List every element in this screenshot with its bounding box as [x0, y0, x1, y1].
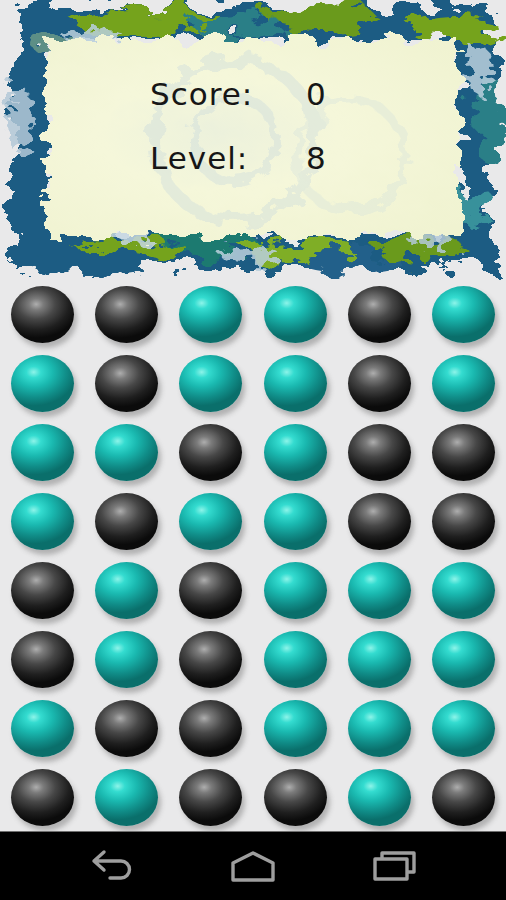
cell-r5c6[interactable]: [422, 556, 506, 625]
teal-ball[interactable]: [179, 286, 242, 343]
game-board: [0, 280, 506, 832]
cell-r1c3[interactable]: [169, 280, 253, 349]
recents-button[interactable]: [324, 832, 465, 900]
teal-ball[interactable]: [348, 631, 411, 688]
cell-r3c3[interactable]: [169, 418, 253, 487]
teal-ball[interactable]: [264, 286, 327, 343]
black-ball[interactable]: [11, 769, 74, 826]
home-button[interactable]: [183, 832, 324, 900]
cell-r1c2[interactable]: [84, 280, 168, 349]
cell-r6c6[interactable]: [422, 625, 506, 694]
cell-r3c4[interactable]: [253, 418, 337, 487]
black-ball[interactable]: [179, 631, 242, 688]
black-ball[interactable]: [264, 769, 327, 826]
teal-ball[interactable]: [95, 631, 158, 688]
cell-r6c1[interactable]: [0, 625, 84, 694]
black-ball[interactable]: [11, 286, 74, 343]
black-ball[interactable]: [179, 769, 242, 826]
cell-r2c6[interactable]: [422, 349, 506, 418]
cell-r1c6[interactable]: [422, 280, 506, 349]
cell-r3c2[interactable]: [84, 418, 168, 487]
recents-icon: [370, 849, 418, 883]
cell-r4c5[interactable]: [337, 487, 421, 556]
back-button[interactable]: [42, 832, 183, 900]
black-ball[interactable]: [95, 700, 158, 757]
cell-r8c1[interactable]: [0, 763, 84, 832]
score-label: Score:: [150, 76, 258, 112]
cell-r7c3[interactable]: [169, 694, 253, 763]
cell-r4c4[interactable]: [253, 487, 337, 556]
cell-r3c1[interactable]: [0, 418, 84, 487]
cell-r7c6[interactable]: [422, 694, 506, 763]
black-ball[interactable]: [348, 493, 411, 550]
hud: Score: 0 Level: 8: [150, 76, 410, 204]
teal-ball[interactable]: [179, 493, 242, 550]
cell-r2c3[interactable]: [169, 349, 253, 418]
cell-r8c5[interactable]: [337, 763, 421, 832]
cell-r7c1[interactable]: [0, 694, 84, 763]
cell-r8c2[interactable]: [84, 763, 168, 832]
cell-r4c3[interactable]: [169, 487, 253, 556]
teal-ball[interactable]: [11, 355, 74, 412]
cell-r4c2[interactable]: [84, 487, 168, 556]
cell-r4c6[interactable]: [422, 487, 506, 556]
cell-r3c6[interactable]: [422, 418, 506, 487]
teal-ball[interactable]: [264, 424, 327, 481]
cell-r7c2[interactable]: [84, 694, 168, 763]
cell-r7c4[interactable]: [253, 694, 337, 763]
black-ball[interactable]: [432, 424, 495, 481]
teal-ball[interactable]: [95, 769, 158, 826]
cell-r5c2[interactable]: [84, 556, 168, 625]
cell-r6c5[interactable]: [337, 625, 421, 694]
black-ball[interactable]: [95, 286, 158, 343]
cell-r8c6[interactable]: [422, 763, 506, 832]
score-panel: Score: 0 Level: 8: [0, 0, 506, 280]
back-icon: [88, 849, 136, 883]
black-ball[interactable]: [348, 424, 411, 481]
teal-ball[interactable]: [264, 355, 327, 412]
score-value: 0: [306, 76, 327, 112]
cell-r1c1[interactable]: [0, 280, 84, 349]
black-ball[interactable]: [11, 631, 74, 688]
teal-ball[interactable]: [432, 286, 495, 343]
level-value: 8: [306, 140, 327, 176]
cell-r5c5[interactable]: [337, 556, 421, 625]
teal-ball[interactable]: [264, 562, 327, 619]
cell-r5c4[interactable]: [253, 556, 337, 625]
teal-ball[interactable]: [348, 700, 411, 757]
cell-r6c2[interactable]: [84, 625, 168, 694]
black-ball[interactable]: [95, 493, 158, 550]
teal-ball[interactable]: [11, 493, 74, 550]
cell-r2c1[interactable]: [0, 349, 84, 418]
black-ball[interactable]: [432, 493, 495, 550]
cell-r2c5[interactable]: [337, 349, 421, 418]
black-ball[interactable]: [95, 355, 158, 412]
teal-ball[interactable]: [11, 700, 74, 757]
level-row: Level: 8: [150, 140, 410, 204]
teal-ball[interactable]: [95, 424, 158, 481]
black-ball[interactable]: [179, 424, 242, 481]
cell-r6c3[interactable]: [169, 625, 253, 694]
black-ball[interactable]: [11, 562, 74, 619]
level-label: Level:: [150, 140, 258, 176]
teal-ball[interactable]: [432, 355, 495, 412]
teal-ball[interactable]: [264, 700, 327, 757]
cell-r6c4[interactable]: [253, 625, 337, 694]
teal-ball[interactable]: [348, 562, 411, 619]
black-ball[interactable]: [432, 769, 495, 826]
cell-r1c4[interactable]: [253, 280, 337, 349]
cell-r3c5[interactable]: [337, 418, 421, 487]
teal-ball[interactable]: [11, 424, 74, 481]
home-icon: [228, 849, 278, 883]
cell-r7c5[interactable]: [337, 694, 421, 763]
cell-r1c5[interactable]: [337, 280, 421, 349]
teal-ball[interactable]: [348, 769, 411, 826]
android-nav-bar: [0, 831, 506, 900]
black-ball[interactable]: [348, 355, 411, 412]
black-ball[interactable]: [179, 700, 242, 757]
cell-r5c3[interactable]: [169, 556, 253, 625]
cell-r2c4[interactable]: [253, 349, 337, 418]
cell-r5c1[interactable]: [0, 556, 84, 625]
black-ball[interactable]: [348, 286, 411, 343]
teal-ball[interactable]: [432, 562, 495, 619]
teal-ball[interactable]: [432, 631, 495, 688]
score-row: Score: 0: [150, 76, 410, 140]
cell-r8c4[interactable]: [253, 763, 337, 832]
cell-r2c2[interactable]: [84, 349, 168, 418]
teal-ball[interactable]: [264, 631, 327, 688]
cell-r8c3[interactable]: [169, 763, 253, 832]
teal-ball[interactable]: [179, 355, 242, 412]
teal-ball[interactable]: [432, 700, 495, 757]
cell-r4c1[interactable]: [0, 487, 84, 556]
teal-ball[interactable]: [95, 562, 158, 619]
black-ball[interactable]: [179, 562, 242, 619]
game-screen: Score: 0 Level: 8: [0, 0, 506, 900]
teal-ball[interactable]: [264, 493, 327, 550]
